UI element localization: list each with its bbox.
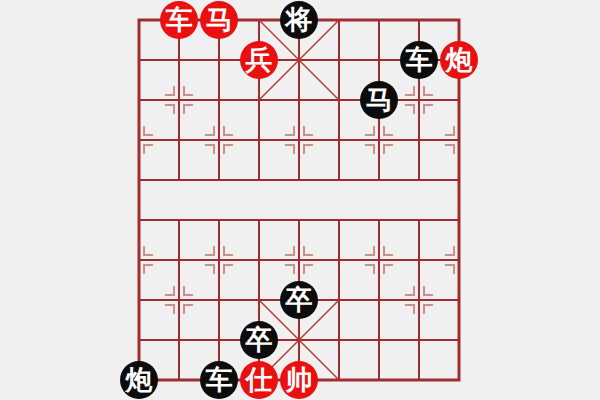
piece-red-chariot[interactable]: 车 bbox=[160, 1, 198, 39]
piece-black-horse[interactable]: 马 bbox=[360, 81, 398, 119]
piece-red-soldier[interactable]: 兵 bbox=[240, 41, 278, 79]
piece-black-cannon[interactable]: 炮 bbox=[120, 361, 158, 399]
piece-red-advisor[interactable]: 仕 bbox=[240, 361, 278, 399]
piece-black-soldier[interactable]: 卒 bbox=[240, 321, 278, 359]
piece-red-general[interactable]: 帅 bbox=[280, 361, 318, 399]
piece-black-soldier[interactable]: 卒 bbox=[280, 281, 318, 319]
piece-red-cannon[interactable]: 炮 bbox=[440, 41, 478, 79]
xiangqi-board[interactable]: 车马将兵车炮马卒卒炮车仕帅 bbox=[119, 0, 479, 400]
xiangqi-screenshot: 车马将兵车炮马卒卒炮车仕帅 bbox=[0, 0, 600, 400]
piece-black-chariot[interactable]: 车 bbox=[400, 41, 438, 79]
piece-black-chariot[interactable]: 车 bbox=[200, 361, 238, 399]
piece-red-horse[interactable]: 马 bbox=[200, 1, 238, 39]
piece-black-general[interactable]: 将 bbox=[280, 1, 318, 39]
